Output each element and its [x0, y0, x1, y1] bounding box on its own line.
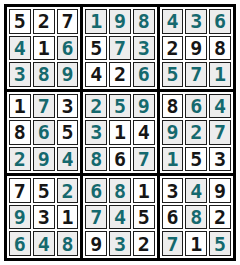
cell-r8c5[interactable]: 4: [109, 205, 131, 230]
cell-r5c5[interactable]: 1: [109, 120, 131, 145]
cell-r8c2[interactable]: 3: [33, 205, 55, 230]
cell-r5c9[interactable]: 7: [209, 120, 231, 145]
cell-r8c8[interactable]: 8: [185, 205, 207, 230]
cell-r2c8[interactable]: 9: [185, 36, 207, 61]
cell-r3c1[interactable]: 3: [9, 62, 31, 87]
box-2-3: 864927153: [160, 92, 233, 174]
cell-r9c3[interactable]: 8: [57, 231, 79, 256]
cell-r2c2[interactable]: 1: [33, 36, 55, 61]
cell-r6c9[interactable]: 3: [209, 147, 231, 172]
box-3-3: 349682715: [160, 176, 233, 258]
cell-r1c6[interactable]: 8: [133, 9, 155, 34]
cell-r4c2[interactable]: 7: [33, 94, 55, 119]
cell-r8c6[interactable]: 5: [133, 205, 155, 230]
box-2-1: 173865294: [7, 92, 80, 174]
cell-r9c7[interactable]: 7: [162, 231, 184, 256]
cell-r9c6[interactable]: 2: [133, 231, 155, 256]
cell-r4c6[interactable]: 9: [133, 94, 155, 119]
cell-r1c1[interactable]: 5: [9, 9, 31, 34]
cell-r3c3[interactable]: 9: [57, 62, 79, 87]
cell-r7c3[interactable]: 2: [57, 178, 79, 203]
cell-r2c5[interactable]: 7: [109, 36, 131, 61]
cell-r5c8[interactable]: 2: [185, 120, 207, 145]
box-1-2: 198573426: [83, 7, 156, 89]
cell-r3c8[interactable]: 7: [185, 62, 207, 87]
cell-r7c8[interactable]: 4: [185, 178, 207, 203]
cell-r8c4[interactable]: 7: [85, 205, 107, 230]
cell-r4c8[interactable]: 6: [185, 94, 207, 119]
box-1-3: 436298571: [160, 7, 233, 89]
cell-r7c5[interactable]: 8: [109, 178, 131, 203]
cell-r7c6[interactable]: 1: [133, 178, 155, 203]
cell-r5c3[interactable]: 5: [57, 120, 79, 145]
cell-r7c7[interactable]: 3: [162, 178, 184, 203]
cell-r2c9[interactable]: 8: [209, 36, 231, 61]
cell-r9c4[interactable]: 9: [85, 231, 107, 256]
cell-r8c3[interactable]: 1: [57, 205, 79, 230]
cell-r6c4[interactable]: 8: [85, 147, 107, 172]
cell-r9c8[interactable]: 1: [185, 231, 207, 256]
box-3-2: 681745932: [83, 176, 156, 258]
cell-r3c4[interactable]: 4: [85, 62, 107, 87]
cell-r7c2[interactable]: 5: [33, 178, 55, 203]
cell-r1c3[interactable]: 7: [57, 9, 79, 34]
cell-r4c3[interactable]: 3: [57, 94, 79, 119]
box-2-2: 259314867: [83, 92, 156, 174]
cell-r7c4[interactable]: 6: [85, 178, 107, 203]
cell-r9c5[interactable]: 3: [109, 231, 131, 256]
cell-r4c7[interactable]: 8: [162, 94, 184, 119]
cell-r6c2[interactable]: 9: [33, 147, 55, 172]
cell-r4c1[interactable]: 1: [9, 94, 31, 119]
cell-r2c1[interactable]: 4: [9, 36, 31, 61]
cell-r3c2[interactable]: 8: [33, 62, 55, 87]
cell-r9c2[interactable]: 4: [33, 231, 55, 256]
cell-r6c7[interactable]: 1: [162, 147, 184, 172]
cell-r2c6[interactable]: 3: [133, 36, 155, 61]
cell-r1c4[interactable]: 1: [85, 9, 107, 34]
cell-r1c8[interactable]: 3: [185, 9, 207, 34]
cell-r5c4[interactable]: 3: [85, 120, 107, 145]
cell-r2c7[interactable]: 2: [162, 36, 184, 61]
cell-r3c5[interactable]: 2: [109, 62, 131, 87]
cell-r8c1[interactable]: 9: [9, 205, 31, 230]
cell-r5c2[interactable]: 6: [33, 120, 55, 145]
cell-r7c1[interactable]: 7: [9, 178, 31, 203]
cell-r1c2[interactable]: 2: [33, 9, 55, 34]
cell-r3c7[interactable]: 5: [162, 62, 184, 87]
cell-r4c4[interactable]: 2: [85, 94, 107, 119]
cell-r9c9[interactable]: 5: [209, 231, 231, 256]
cell-r8c9[interactable]: 2: [209, 205, 231, 230]
box-3-1: 752931648: [7, 176, 80, 258]
cell-r2c3[interactable]: 6: [57, 36, 79, 61]
cell-r1c9[interactable]: 6: [209, 9, 231, 34]
cell-r9c1[interactable]: 6: [9, 231, 31, 256]
cell-r1c5[interactable]: 9: [109, 9, 131, 34]
cell-r5c1[interactable]: 8: [9, 120, 31, 145]
cell-r5c6[interactable]: 4: [133, 120, 155, 145]
sudoku-board: 5274163891985734264362985711738652942593…: [4, 4, 236, 261]
cell-r8c7[interactable]: 6: [162, 205, 184, 230]
cell-r4c5[interactable]: 5: [109, 94, 131, 119]
cell-r3c9[interactable]: 1: [209, 62, 231, 87]
cell-r3c6[interactable]: 6: [133, 62, 155, 87]
cell-r7c9[interactable]: 9: [209, 178, 231, 203]
cell-r1c7[interactable]: 4: [162, 9, 184, 34]
cell-r2c4[interactable]: 5: [85, 36, 107, 61]
cell-r6c3[interactable]: 4: [57, 147, 79, 172]
cell-r6c6[interactable]: 7: [133, 147, 155, 172]
box-1-1: 527416389: [7, 7, 80, 89]
cell-r6c5[interactable]: 6: [109, 147, 131, 172]
cell-r6c1[interactable]: 2: [9, 147, 31, 172]
cell-r6c8[interactable]: 5: [185, 147, 207, 172]
cell-r5c7[interactable]: 9: [162, 120, 184, 145]
cell-r4c9[interactable]: 4: [209, 94, 231, 119]
